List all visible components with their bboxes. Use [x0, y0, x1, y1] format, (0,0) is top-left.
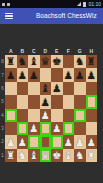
white-pawn: ♟ [6, 136, 15, 147]
file-label-f: F [63, 47, 75, 55]
app-bar: Boachsoft ChessWiz [0, 8, 103, 24]
white-bishop: ♝ [64, 150, 73, 161]
square-a5[interactable] [5, 95, 17, 108]
square-f8[interactable] [63, 55, 75, 68]
app-title: Boachsoft ChessWiz [36, 8, 97, 24]
white-king: ♚ [52, 150, 61, 161]
square-d5[interactable]: ♟ [40, 95, 52, 108]
status-bar: 01:10 [0, 0, 103, 8]
square-b2[interactable]: ♟ [17, 135, 29, 148]
white-pawn: ♟ [52, 123, 61, 134]
white-queen: ♛ [41, 150, 50, 161]
square-c3[interactable]: ♟ [28, 122, 40, 135]
square-d7[interactable] [40, 68, 52, 81]
square-g6[interactable] [74, 82, 86, 95]
square-g8[interactable]: ♞ [74, 55, 86, 68]
square-h5[interactable] [86, 95, 98, 108]
square-e8[interactable]: ♚ [51, 55, 63, 68]
square-f6[interactable] [63, 82, 75, 95]
black-pawn: ♟ [87, 69, 96, 80]
black-pawn: ♟ [29, 69, 38, 80]
black-pawn: ♟ [41, 96, 50, 107]
square-d8[interactable]: ♛ [40, 55, 52, 68]
square-a6[interactable] [5, 82, 17, 95]
white-knight: ♞ [75, 150, 84, 161]
square-a4[interactable] [5, 109, 17, 122]
square-f5[interactable] [63, 95, 75, 108]
square-f7[interactable]: ♟ [63, 68, 75, 81]
menu-icon[interactable] [5, 13, 13, 20]
white-pawn: ♟ [29, 123, 38, 134]
square-g1[interactable]: ♞ [74, 149, 86, 162]
square-d3[interactable] [40, 122, 52, 135]
black-queen: ♛ [41, 56, 50, 67]
square-c4[interactable] [28, 109, 40, 122]
notification-icon [2, 3, 5, 6]
black-pawn: ♟ [18, 69, 27, 80]
square-e1[interactable]: ♚ [51, 149, 63, 162]
square-e5[interactable] [51, 95, 63, 108]
white-rook: ♜ [87, 150, 96, 161]
square-g3[interactable] [74, 122, 86, 135]
black-bishop: ♝ [41, 83, 50, 94]
notification-icons [2, 3, 10, 6]
square-c5[interactable] [28, 95, 40, 108]
status-icons: 01:10 [77, 0, 101, 8]
square-h4[interactable] [86, 109, 98, 122]
square-a1[interactable]: ♜ [5, 149, 17, 162]
square-b7[interactable]: ♟ [17, 68, 29, 81]
square-g2[interactable]: ♟ [74, 135, 86, 148]
square-b6[interactable] [17, 82, 29, 95]
chess-board: ♜♞♝♛♚♞♜♟♟♟♟♟♟♝♟♟♟♟♟♟♟♟♟♟♜♞♝♛♚♝♞♜ [5, 55, 97, 162]
square-b4[interactable] [17, 109, 29, 122]
status-time: 01:10 [88, 0, 101, 8]
square-b1[interactable]: ♞ [17, 149, 29, 162]
square-c7[interactable]: ♟ [28, 68, 40, 81]
black-pawn: ♟ [75, 69, 84, 80]
black-knight: ♞ [18, 56, 27, 67]
square-c6[interactable] [28, 82, 40, 95]
file-label-e: E [51, 47, 63, 55]
file-label-h: H [86, 47, 98, 55]
white-knight: ♞ [18, 150, 27, 161]
file-label-g: G [74, 47, 86, 55]
square-f3[interactable] [63, 122, 75, 135]
signal-icon [77, 2, 81, 6]
square-a3[interactable] [5, 122, 17, 135]
square-d1[interactable]: ♛ [40, 149, 52, 162]
black-pawn: ♟ [52, 83, 61, 94]
white-pawn: ♟ [87, 136, 96, 147]
square-b3[interactable] [17, 122, 29, 135]
square-f2[interactable]: ♟ [63, 135, 75, 148]
black-rook: ♜ [6, 56, 15, 67]
square-e3[interactable]: ♟ [51, 122, 63, 135]
square-b8[interactable]: ♞ [17, 55, 29, 68]
square-f4[interactable] [63, 109, 75, 122]
black-rook: ♜ [87, 56, 96, 67]
black-pawn: ♟ [6, 69, 15, 80]
white-rook: ♜ [6, 150, 15, 161]
square-f1[interactable]: ♝ [63, 149, 75, 162]
square-a7[interactable]: ♟ [5, 68, 17, 81]
white-pawn: ♟ [75, 136, 84, 147]
black-bishop: ♝ [29, 56, 38, 67]
file-label-d: D [40, 47, 52, 55]
square-g5[interactable] [74, 95, 86, 108]
square-d6[interactable]: ♝ [40, 82, 52, 95]
square-g7[interactable]: ♟ [74, 68, 86, 81]
battery-icon [83, 2, 86, 7]
white-pawn: ♟ [18, 136, 27, 147]
square-h7[interactable]: ♟ [86, 68, 98, 81]
file-label-b: B [17, 47, 29, 55]
black-king: ♚ [52, 56, 61, 67]
square-g4[interactable] [74, 109, 86, 122]
white-pawn: ♟ [41, 109, 50, 120]
square-h3[interactable] [86, 122, 98, 135]
file-label-a: A [5, 47, 17, 55]
square-h1[interactable]: ♜ [86, 149, 98, 162]
notification-icon [7, 3, 10, 6]
square-e7[interactable] [51, 68, 63, 81]
square-a2[interactable]: ♟ [5, 135, 17, 148]
square-d4[interactable]: ♟ [40, 109, 52, 122]
white-pawn: ♟ [64, 136, 73, 147]
black-knight: ♞ [75, 56, 84, 67]
square-e4[interactable] [51, 109, 63, 122]
square-e6[interactable]: ♟ [51, 82, 63, 95]
square-b5[interactable] [17, 95, 29, 108]
file-labels: A B C D E F G H [5, 47, 97, 55]
black-pawn: ♟ [64, 69, 73, 80]
square-e2[interactable] [51, 135, 63, 148]
square-a8[interactable]: ♜ [5, 55, 17, 68]
white-bishop: ♝ [29, 150, 38, 161]
square-c1[interactable]: ♝ [28, 149, 40, 162]
square-h8[interactable]: ♜ [86, 55, 98, 68]
square-h2[interactable]: ♟ [86, 135, 98, 148]
square-h6[interactable] [86, 82, 98, 95]
square-d2[interactable] [40, 135, 52, 148]
file-label-c: C [28, 47, 40, 55]
square-c2[interactable] [28, 135, 40, 148]
square-c8[interactable]: ♝ [28, 55, 40, 68]
